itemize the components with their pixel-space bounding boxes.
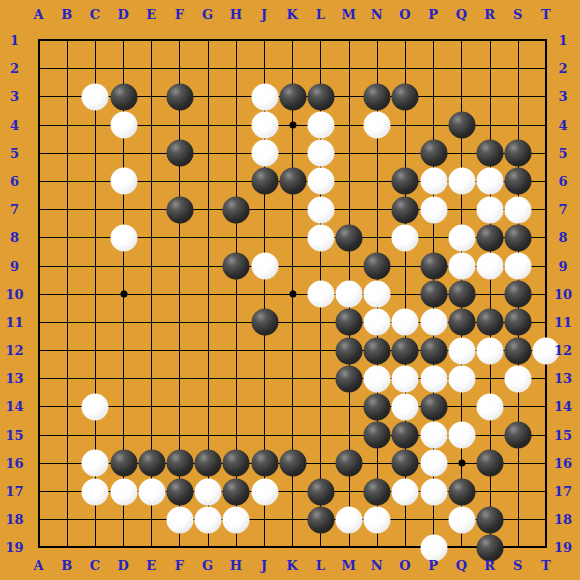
stone-white-G18[interactable] (195, 506, 222, 533)
row-label-left-2: 2 (10, 62, 19, 75)
stone-black-P14[interactable] (420, 393, 447, 420)
row-label-left-5: 5 (10, 146, 19, 159)
col-label-top-A: A (33, 8, 43, 21)
stone-black-H16[interactable] (223, 450, 250, 477)
stone-white-J3[interactable] (251, 83, 278, 110)
row-label-left-15: 15 (5, 428, 23, 441)
stone-white-F18[interactable] (166, 506, 193, 533)
col-label-top-Q: Q (456, 8, 467, 21)
col-label-bottom-N: N (371, 559, 383, 572)
row-label-right-17: 17 (554, 485, 572, 498)
row-label-left-16: 16 (5, 456, 23, 469)
stone-black-O16[interactable] (392, 450, 419, 477)
stone-black-G16[interactable] (195, 450, 222, 477)
row-label-left-13: 13 (5, 372, 23, 385)
row-label-left-17: 17 (5, 485, 23, 498)
col-label-bottom-J: J (261, 559, 267, 572)
col-label-bottom-C: C (90, 559, 100, 572)
stone-black-Q11[interactable] (448, 309, 475, 336)
stone-white-Q13[interactable] (448, 365, 475, 392)
stone-black-N15[interactable] (364, 422, 391, 449)
row-label-right-2: 2 (558, 62, 567, 75)
stone-black-H9[interactable] (223, 253, 250, 280)
stone-white-O14[interactable] (392, 393, 419, 420)
col-label-bottom-H: H (230, 559, 242, 572)
col-label-bottom-P: P (428, 559, 438, 572)
row-label-left-9: 9 (10, 259, 19, 272)
stone-black-S15[interactable] (505, 422, 532, 449)
stone-white-P17[interactable] (420, 478, 447, 505)
stone-black-J11[interactable] (251, 309, 278, 336)
stone-black-O12[interactable] (392, 337, 419, 364)
stone-black-H7[interactable] (223, 196, 250, 223)
stone-white-O13[interactable] (392, 365, 419, 392)
stone-black-O3[interactable] (392, 83, 419, 110)
stone-white-O17[interactable] (392, 478, 419, 505)
col-label-top-N: N (371, 8, 383, 21)
col-label-bottom-B: B (61, 559, 72, 572)
stone-black-S6[interactable] (505, 168, 532, 195)
row-label-left-18: 18 (5, 513, 23, 526)
col-label-bottom-O: O (399, 559, 410, 572)
col-label-bottom-A: A (33, 559, 43, 572)
stone-white-P6[interactable] (420, 168, 447, 195)
stone-white-Q15[interactable] (448, 422, 475, 449)
stone-white-Q8[interactable] (448, 224, 475, 251)
row-label-right-9: 9 (558, 259, 567, 272)
row-label-left-14: 14 (5, 400, 23, 413)
col-label-bottom-K: K (287, 559, 298, 572)
stone-black-Q17[interactable] (448, 478, 475, 505)
stone-black-R5[interactable] (477, 140, 504, 167)
stone-white-L8[interactable] (307, 224, 334, 251)
col-label-top-J: J (261, 8, 267, 21)
stone-white-R6[interactable] (477, 168, 504, 195)
row-label-left-12: 12 (5, 344, 23, 357)
col-label-top-R: R (484, 8, 495, 21)
stone-black-O15[interactable] (392, 422, 419, 449)
stone-black-F3[interactable] (166, 83, 193, 110)
stone-black-M8[interactable] (336, 224, 363, 251)
stone-white-Q12[interactable] (448, 337, 475, 364)
stone-black-N3[interactable] (364, 83, 391, 110)
stone-white-D6[interactable] (110, 168, 137, 195)
stone-black-O7[interactable] (392, 196, 419, 223)
stone-black-S11[interactable] (505, 309, 532, 336)
stone-white-G17[interactable] (195, 478, 222, 505)
stone-white-P7[interactable] (420, 196, 447, 223)
stone-black-M16[interactable] (336, 450, 363, 477)
row-label-right-11: 11 (554, 315, 572, 328)
stone-white-D4[interactable] (110, 112, 137, 139)
col-label-bottom-R: R (484, 559, 495, 572)
col-label-bottom-D: D (117, 559, 128, 572)
stone-white-D17[interactable] (110, 478, 137, 505)
col-label-bottom-F: F (175, 559, 184, 572)
col-label-top-B: B (61, 8, 72, 21)
row-label-left-1: 1 (10, 34, 19, 47)
stone-black-M13[interactable] (336, 365, 363, 392)
row-label-left-7: 7 (10, 203, 19, 216)
row-label-right-14: 14 (554, 400, 572, 413)
row-label-right-7: 7 (558, 203, 567, 216)
row-label-right-4: 4 (558, 118, 567, 131)
stone-black-P10[interactable] (420, 281, 447, 308)
row-label-left-19: 19 (5, 541, 23, 554)
stone-black-O6[interactable] (392, 168, 419, 195)
col-label-top-E: E (146, 8, 156, 21)
col-label-bottom-L: L (316, 559, 325, 572)
col-label-top-D: D (117, 8, 128, 21)
col-label-top-T: T (541, 8, 551, 21)
stone-white-N4[interactable] (364, 112, 391, 139)
stone-white-Q9[interactable] (448, 253, 475, 280)
stone-black-N9[interactable] (364, 253, 391, 280)
stone-white-S13[interactable] (505, 365, 532, 392)
col-label-bottom-E: E (146, 559, 156, 572)
row-label-right-16: 16 (554, 456, 572, 469)
stone-white-R14[interactable] (477, 393, 504, 420)
stone-white-C17[interactable] (82, 478, 109, 505)
stone-black-E16[interactable] (138, 450, 165, 477)
stone-white-J17[interactable] (251, 478, 278, 505)
stone-white-N11[interactable] (364, 309, 391, 336)
row-label-right-5: 5 (558, 146, 567, 159)
stone-black-J6[interactable] (251, 168, 278, 195)
row-label-right-1: 1 (558, 34, 567, 47)
row-label-left-8: 8 (10, 231, 19, 244)
stone-black-H17[interactable] (223, 478, 250, 505)
star-point-D10 (120, 291, 127, 298)
stone-white-P16[interactable] (420, 450, 447, 477)
stone-white-C14[interactable] (82, 393, 109, 420)
star-point-K10 (289, 291, 296, 298)
stone-white-R12[interactable] (477, 337, 504, 364)
row-label-right-13: 13 (554, 372, 572, 385)
row-label-right-15: 15 (554, 428, 572, 441)
stone-white-N13[interactable] (364, 365, 391, 392)
stone-black-F16[interactable] (166, 450, 193, 477)
row-label-right-12: 12 (554, 344, 572, 357)
stone-black-R8[interactable] (477, 224, 504, 251)
col-label-bottom-M: M (341, 559, 355, 572)
stone-black-K3[interactable] (279, 83, 306, 110)
col-label-bottom-Q: Q (456, 559, 467, 572)
col-label-top-F: F (175, 8, 184, 21)
stone-black-L17[interactable] (307, 478, 334, 505)
col-label-bottom-S: S (513, 559, 522, 572)
stone-black-M12[interactable] (336, 337, 363, 364)
stone-black-R11[interactable] (477, 309, 504, 336)
stone-white-C3[interactable] (82, 83, 109, 110)
stone-white-J5[interactable] (251, 140, 278, 167)
stone-white-L10[interactable] (307, 281, 334, 308)
row-label-left-4: 4 (10, 118, 19, 131)
stone-white-P11[interactable] (420, 309, 447, 336)
stone-white-H18[interactable] (223, 506, 250, 533)
stone-black-Q10[interactable] (448, 281, 475, 308)
col-label-bottom-G: G (202, 559, 213, 572)
stone-black-N17[interactable] (364, 478, 391, 505)
row-label-right-6: 6 (558, 174, 567, 187)
stone-black-R18[interactable] (477, 506, 504, 533)
stone-white-N18[interactable] (364, 506, 391, 533)
go-board[interactable]: AABBCCDDEEFFGGHHJJKKLLMMNNOOPPQQRRSSTT11… (0, 0, 580, 580)
stone-white-S7[interactable] (505, 196, 532, 223)
col-label-top-K: K (287, 8, 298, 21)
stone-white-R9[interactable] (477, 253, 504, 280)
stone-white-Q6[interactable] (448, 168, 475, 195)
stone-white-M10[interactable] (336, 281, 363, 308)
col-label-bottom-T: T (541, 559, 551, 572)
stone-white-R7[interactable] (477, 196, 504, 223)
stone-white-M18[interactable] (336, 506, 363, 533)
stone-black-F5[interactable] (166, 140, 193, 167)
row-label-right-19: 19 (554, 541, 572, 554)
row-label-right-3: 3 (558, 90, 567, 103)
row-label-left-3: 3 (10, 90, 19, 103)
stone-white-L4[interactable] (307, 112, 334, 139)
stone-white-N10[interactable] (364, 281, 391, 308)
col-label-top-S: S (513, 8, 522, 21)
stone-black-M11[interactable] (336, 309, 363, 336)
stone-white-E17[interactable] (138, 478, 165, 505)
stone-black-S10[interactable] (505, 281, 532, 308)
row-label-left-10: 10 (5, 287, 23, 300)
stone-white-Q18[interactable] (448, 506, 475, 533)
row-label-right-10: 10 (554, 287, 572, 300)
stone-black-L18[interactable] (307, 506, 334, 533)
row-label-left-6: 6 (10, 174, 19, 187)
stone-black-K16[interactable] (279, 450, 306, 477)
stone-white-L7[interactable] (307, 196, 334, 223)
col-label-top-P: P (428, 8, 438, 21)
row-label-right-8: 8 (558, 231, 567, 244)
stone-white-C16[interactable] (82, 450, 109, 477)
col-label-top-C: C (90, 8, 100, 21)
stone-white-P15[interactable] (420, 422, 447, 449)
stone-black-L3[interactable] (307, 83, 334, 110)
stone-black-Q4[interactable] (448, 112, 475, 139)
col-label-top-H: H (230, 8, 242, 21)
stone-white-J9[interactable] (251, 253, 278, 280)
col-label-top-M: M (341, 8, 355, 21)
stone-black-J16[interactable] (251, 450, 278, 477)
stone-black-R16[interactable] (477, 450, 504, 477)
stone-black-D16[interactable] (110, 450, 137, 477)
stone-black-K6[interactable] (279, 168, 306, 195)
stone-white-J4[interactable] (251, 112, 278, 139)
star-point-Q16 (458, 460, 465, 467)
row-label-right-18: 18 (554, 513, 572, 526)
stone-black-F7[interactable] (166, 196, 193, 223)
row-label-left-11: 11 (5, 315, 23, 328)
stone-white-L5[interactable] (307, 140, 334, 167)
stone-white-S9[interactable] (505, 253, 532, 280)
col-label-top-G: G (202, 8, 213, 21)
stone-black-N12[interactable] (364, 337, 391, 364)
stone-white-P13[interactable] (420, 365, 447, 392)
stone-black-P5[interactable] (420, 140, 447, 167)
stone-black-D3[interactable] (110, 83, 137, 110)
stone-white-L6[interactable] (307, 168, 334, 195)
star-point-K4 (289, 122, 296, 129)
stone-black-S8[interactable] (505, 224, 532, 251)
col-label-top-L: L (316, 8, 325, 21)
stone-black-P9[interactable] (420, 253, 447, 280)
stone-white-D8[interactable] (110, 224, 137, 251)
stone-white-O8[interactable] (392, 224, 419, 251)
stone-black-S12[interactable] (505, 337, 532, 364)
stone-black-P12[interactable] (420, 337, 447, 364)
stone-black-S5[interactable] (505, 140, 532, 167)
stone-black-F17[interactable] (166, 478, 193, 505)
stone-black-N14[interactable] (364, 393, 391, 420)
col-label-top-O: O (399, 8, 410, 21)
stone-white-O11[interactable] (392, 309, 419, 336)
